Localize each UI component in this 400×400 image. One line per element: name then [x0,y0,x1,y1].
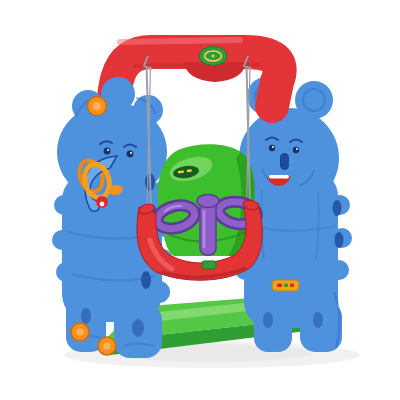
product-photo [0,0,400,400]
brand-badge [199,47,227,66]
locking-knob-top-icon [88,97,107,116]
left-eye-left-icon [104,148,111,155]
right-eye-right-icon [293,147,299,153]
handlebar-post [200,201,216,255]
frame-bar-highlight [120,40,240,42]
left-eye-right-icon [127,151,134,158]
locking-knob-foot2-icon [98,337,116,355]
seat-clip [202,261,216,269]
right-eye-left-icon [269,145,275,151]
right-nose-icon [280,153,289,170]
handlebar-cap [197,195,219,208]
right-panel-brand-plate [272,280,299,291]
locking-knob-foot1-icon [71,323,89,341]
